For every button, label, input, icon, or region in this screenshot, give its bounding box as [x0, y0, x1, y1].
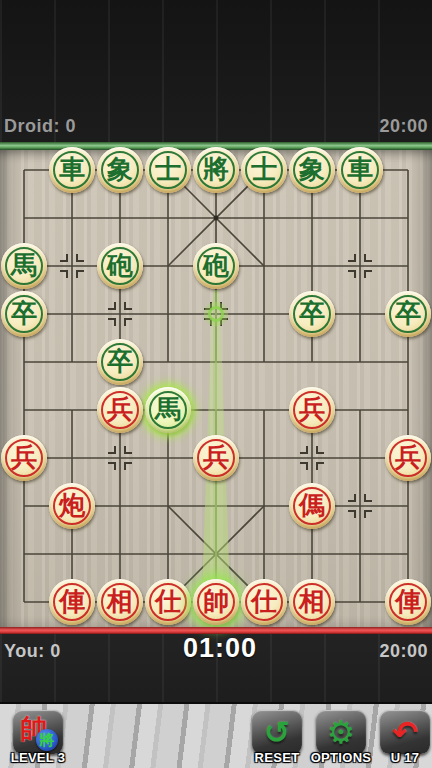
piece-glyph: 卒 — [107, 348, 133, 374]
player-score: You: 0 — [4, 641, 61, 662]
player-clock: 20:00 — [379, 641, 428, 662]
piece-black-cannon[interactable]: 砲 — [97, 243, 143, 289]
undo-button-label: U 17 — [367, 750, 432, 765]
piece-red-soldier[interactable]: 兵 — [385, 435, 431, 481]
piece-black-soldier[interactable]: 卒 — [97, 339, 143, 385]
move-timer: 01:00 — [183, 633, 257, 664]
piece-glyph: 兵 — [299, 396, 325, 422]
piece-glyph: 將 — [203, 156, 229, 182]
piece-glyph: 士 — [155, 156, 181, 182]
piece-red-chariot[interactable]: 俥 — [49, 579, 95, 625]
blue-disc-icon: 將 — [36, 729, 58, 751]
piece-glyph: 相 — [107, 588, 133, 614]
piece-glyph: 士 — [251, 156, 277, 182]
piece-red-soldier[interactable]: 兵 — [1, 435, 47, 481]
piece-black-elephant[interactable]: 象 — [289, 147, 335, 193]
options-button[interactable]: ⚙ — [316, 710, 366, 754]
piece-black-general[interactable]: 將 — [193, 147, 239, 193]
gear-icon: ⚙ — [327, 717, 355, 748]
piece-glyph: 兵 — [395, 444, 421, 470]
piece-glyph: 傌 — [299, 492, 325, 518]
piece-glyph: 象 — [299, 156, 325, 182]
piece-black-soldier[interactable]: 卒 — [289, 291, 335, 337]
piece-black-horse[interactable]: 馬 — [1, 243, 47, 289]
piece-glyph: 兵 — [11, 444, 37, 470]
piece-red-soldier[interactable]: 兵 — [289, 387, 335, 433]
reset-button[interactable]: ↺ — [252, 710, 302, 754]
piece-glyph: 兵 — [203, 444, 229, 470]
piece-black-advisor[interactable]: 士 — [241, 147, 287, 193]
piece-glyph: 炮 — [59, 492, 85, 518]
piece-glyph: 俥 — [395, 588, 421, 614]
piece-red-cannon[interactable]: 炮 — [49, 483, 95, 529]
piece-glyph: 砲 — [107, 252, 133, 278]
piece-black-soldier[interactable]: 卒 — [385, 291, 431, 337]
piece-glyph: 馬 — [11, 252, 37, 278]
piece-glyph: 仕 — [251, 588, 277, 614]
xiangqi-board[interactable]: 車象士將士象車馬砲砲卒卒卒卒馬兵兵兵兵兵炮傌俥相仕帥仕相俥 — [0, 150, 432, 628]
green-general-icon: 將 — [40, 733, 55, 748]
level-button[interactable]: 帥 將 — [13, 710, 63, 754]
piece-glyph: 砲 — [203, 252, 229, 278]
opponent-score: Droid: 0 — [4, 116, 76, 137]
piece-red-elephant[interactable]: 相 — [289, 579, 335, 625]
reset-icon: ↺ — [264, 717, 290, 748]
piece-black-soldier[interactable]: 卒 — [1, 291, 47, 337]
piece-glyph: 馬 — [155, 396, 181, 422]
app-screen: Droid: 0 20:00 車象士將士象車馬砲砲卒卒卒卒馬兵兵兵兵兵炮傌俥相仕… — [0, 0, 432, 768]
piece-glyph: 車 — [347, 156, 373, 182]
piece-glyph: 俥 — [59, 588, 85, 614]
opponent-info-bar: Droid: 0 20:00 — [0, 116, 432, 142]
piece-glyph: 仕 — [155, 588, 181, 614]
bottom-toolbar: 帥 將 LEVEL 3 ↺ RESET ⚙ OPTIONS ↶ U 17 — [0, 702, 432, 768]
piece-red-general[interactable]: 帥 — [193, 579, 239, 625]
piece-glyph: 帥 — [203, 588, 229, 614]
undo-arrow-icon: ↶ — [392, 717, 418, 748]
level-icon: 帥 將 — [18, 713, 58, 751]
piece-black-elephant[interactable]: 象 — [97, 147, 143, 193]
piece-red-elephant[interactable]: 相 — [97, 579, 143, 625]
opponent-clock: 20:00 — [379, 116, 428, 137]
piece-black-cannon[interactable]: 砲 — [193, 243, 239, 289]
player-info-bar: You: 0 01:00 20:00 — [0, 633, 432, 661]
piece-red-horse[interactable]: 傌 — [289, 483, 335, 529]
piece-glyph: 卒 — [11, 300, 37, 326]
piece-black-horse[interactable]: 馬 — [145, 387, 191, 433]
piece-black-chariot[interactable]: 車 — [337, 147, 383, 193]
piece-glyph: 車 — [59, 156, 85, 182]
piece-glyph: 象 — [107, 156, 133, 182]
piece-glyph: 相 — [299, 588, 325, 614]
undo-button[interactable]: ↶ — [380, 710, 430, 754]
piece-black-chariot[interactable]: 車 — [49, 147, 95, 193]
level-button-label: LEVEL 3 — [0, 750, 76, 765]
piece-glyph: 兵 — [107, 396, 133, 422]
piece-glyph: 卒 — [395, 300, 421, 326]
piece-red-soldier[interactable]: 兵 — [97, 387, 143, 433]
piece-black-advisor[interactable]: 士 — [145, 147, 191, 193]
piece-red-advisor[interactable]: 仕 — [241, 579, 287, 625]
piece-red-soldier[interactable]: 兵 — [193, 435, 239, 481]
piece-glyph: 卒 — [299, 300, 325, 326]
board-grid — [0, 150, 432, 628]
piece-red-chariot[interactable]: 俥 — [385, 579, 431, 625]
piece-red-advisor[interactable]: 仕 — [145, 579, 191, 625]
